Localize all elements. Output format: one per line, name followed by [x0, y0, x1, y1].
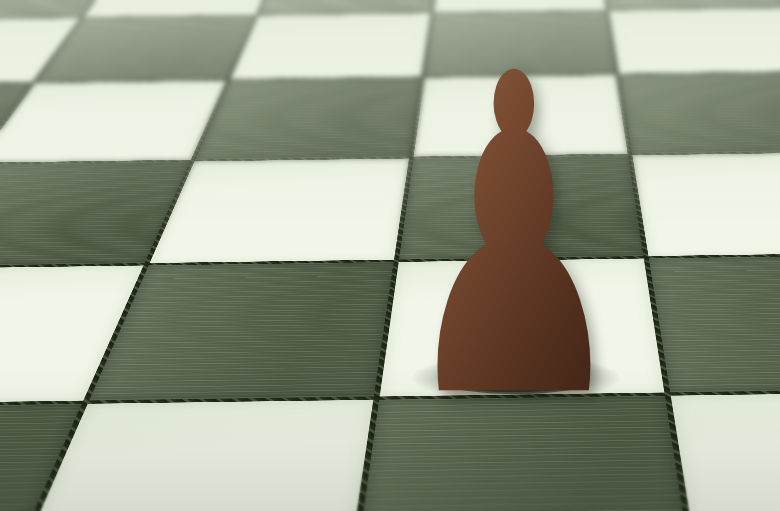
chessboard	[0, 0, 780, 511]
board-square-r4c3	[399, 155, 643, 259]
board-square-r3c4	[620, 72, 780, 153]
board-square-r1c2	[259, 0, 438, 15]
board-square-r4c4	[632, 152, 780, 256]
board-square-r3c3	[414, 75, 628, 156]
board-square-r3c1	[0, 81, 226, 163]
board-scene	[0, 0, 780, 511]
board-square-r6c4	[671, 392, 780, 511]
board-square-r2c2	[231, 13, 431, 79]
chessboard-photo: ♟	[0, 0, 780, 511]
board-square-r4c2	[150, 158, 409, 263]
board-square-r2c4	[609, 8, 780, 73]
board-square-r1c1	[84, 0, 279, 17]
board-square-r3c2	[195, 78, 421, 160]
board-perspective-wrapper	[0, 0, 780, 511]
board-square-r5c4	[649, 255, 780, 392]
board-square-r6c3	[353, 396, 694, 511]
board-square-r2c3	[425, 11, 615, 77]
board-square-r5c3	[380, 259, 665, 397]
